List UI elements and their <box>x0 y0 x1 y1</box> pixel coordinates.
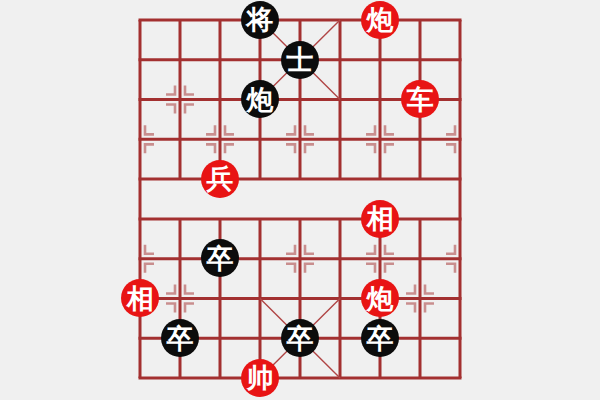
board-point: 兵 <box>200 159 240 199</box>
board-point: 炮 <box>360 278 400 318</box>
piece-black-soldier[interactable]: 卒 <box>281 319 319 357</box>
piece-red-elephant[interactable]: 相 <box>361 200 399 238</box>
piece-black-general[interactable]: 将 <box>241 1 279 39</box>
board-point: 相 <box>120 278 160 318</box>
board-point: 卒 <box>360 318 400 358</box>
piece-black-soldier[interactable]: 卒 <box>161 319 199 357</box>
piece-red-general[interactable]: 帅 <box>241 359 279 397</box>
piece-black-soldier[interactable]: 卒 <box>361 319 399 357</box>
board-point: 将 <box>240 0 280 40</box>
board-point: 士 <box>280 40 320 80</box>
board-point: 帅 <box>240 358 280 398</box>
piece-black-advisor[interactable]: 士 <box>281 41 319 79</box>
piece-black-cannon[interactable]: 炮 <box>241 80 279 118</box>
piece-red-cannon[interactable]: 炮 <box>361 1 399 39</box>
board-point: 卒 <box>200 239 240 279</box>
piece-red-elephant[interactable]: 相 <box>121 279 159 317</box>
piece-black-soldier[interactable]: 卒 <box>201 239 239 277</box>
xiangqi-board: 将炮士炮车兵相卒相炮卒卒卒帅 <box>0 0 600 400</box>
piece-grid: 将炮士炮车兵相卒相炮卒卒卒帅 <box>120 0 480 398</box>
piece-red-chariot[interactable]: 车 <box>401 80 439 118</box>
board-point: 卒 <box>280 318 320 358</box>
board-point: 炮 <box>240 80 280 120</box>
piece-red-cannon[interactable]: 炮 <box>361 279 399 317</box>
board-point: 卒 <box>160 318 200 358</box>
board-point: 相 <box>360 199 400 239</box>
board-point: 炮 <box>360 0 400 40</box>
piece-red-soldier[interactable]: 兵 <box>201 160 239 198</box>
board-point: 车 <box>400 80 440 120</box>
